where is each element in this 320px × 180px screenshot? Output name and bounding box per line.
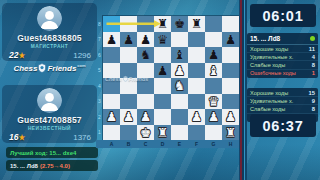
stats-value: 11 <box>309 46 315 52</box>
rank-label-4: 4 <box>96 78 103 94</box>
white-rook[interactable]: ♜ <box>157 125 168 141</box>
last-move-label: 15. ... Лd8 <box>250 35 280 42</box>
square-f5[interactable] <box>188 63 205 79</box>
file-label-c: C <box>137 140 154 148</box>
square-h1[interactable]: ♜ <box>222 125 239 141</box>
star-count-top: 22★ <box>9 50 25 60</box>
square-f2[interactable]: ♟ <box>188 109 205 125</box>
black-pawn[interactable]: ♟ <box>225 32 236 48</box>
chess-board: ♜♚♜♟♟♟♛♟♞♝♟♟♟♝♞♛♟♟♟♟♟♟♚♜♜ Chess Friends <box>103 16 239 140</box>
square-e4[interactable]: ♞ <box>171 78 188 94</box>
square-d8[interactable]: ♜ <box>154 16 171 32</box>
square-d6[interactable] <box>154 47 171 63</box>
square-a6[interactable] <box>103 47 120 63</box>
white-pawn[interactable]: ♟ <box>106 109 117 125</box>
square-h5[interactable] <box>222 63 239 79</box>
square-c1[interactable]: ♚ <box>137 125 154 141</box>
white-knight[interactable]: ♞ <box>174 78 185 94</box>
rating-top: 1296 <box>73 51 91 60</box>
square-d1[interactable]: ♜ <box>154 125 171 141</box>
square-h3[interactable] <box>222 94 239 110</box>
file-label-b: B <box>120 140 137 148</box>
square-h2[interactable]: ♟ <box>222 109 239 125</box>
rank-label-3: 3 <box>96 94 103 110</box>
square-b7[interactable]: ♟ <box>120 32 137 48</box>
square-e7[interactable] <box>171 32 188 48</box>
white-king[interactable]: ♚ <box>140 125 151 141</box>
white-pawn[interactable]: ♟ <box>174 63 185 79</box>
square-e5[interactable]: ♟ <box>171 63 188 79</box>
eval-change: (2.75→4.0) <box>40 163 70 169</box>
file-label-d: D <box>154 140 171 148</box>
square-b8[interactable] <box>120 16 137 32</box>
black-bishop[interactable]: ♝ <box>174 47 185 63</box>
rating-bottom: 1376 <box>73 133 91 142</box>
player-title-bottom: НЕИЗВЕСТНЫЙ <box>2 126 97 131</box>
white-pawn[interactable]: ♟ <box>191 109 202 125</box>
stats-row: Ошибочные ходы1 <box>247 69 318 77</box>
board-watermark-logo: Chess Friends <box>105 75 148 82</box>
square-c8[interactable] <box>137 16 154 32</box>
square-f3[interactable] <box>188 94 205 110</box>
played-move-eval: 15. ... Лd8 (2.75→4.0) <box>6 160 98 171</box>
white-pawn[interactable]: ♟ <box>123 109 134 125</box>
stats-label: Слабые ходы <box>250 106 285 112</box>
stats-value: 1 <box>312 70 315 76</box>
player-card-bottom: Guest47008857 НЕИЗВЕСТНЫЙ 16★ 1376 <box>2 85 97 143</box>
square-a3[interactable] <box>103 94 120 110</box>
stats-row: Хорошие ходы15 <box>247 89 318 96</box>
clock-bottom: 06:37 <box>250 114 316 137</box>
stats-label: Удивительные х. <box>250 54 293 60</box>
file-labels: ABCDEFGH <box>96 140 239 148</box>
stats-row: Слабые ходы8 <box>247 104 318 112</box>
stats-row: Хорошие ходы11 <box>247 45 318 52</box>
square-b6[interactable] <box>120 47 137 63</box>
square-e2[interactable] <box>171 109 188 125</box>
square-g2[interactable]: ♟ <box>205 109 222 125</box>
square-g5[interactable]: ♝ <box>205 63 222 79</box>
square-a8[interactable] <box>103 16 120 32</box>
square-f1[interactable] <box>188 125 205 141</box>
square-g3[interactable]: ♛ <box>205 94 222 110</box>
stats-label: Ошибочные ходы <box>250 70 296 76</box>
square-d3[interactable] <box>154 94 171 110</box>
square-d4[interactable] <box>154 78 171 94</box>
stats-label: Хорошие ходы <box>250 46 288 52</box>
person-icon <box>37 6 62 31</box>
square-g7[interactable] <box>205 32 222 48</box>
square-g1[interactable] <box>205 125 222 141</box>
person-icon <box>37 88 62 113</box>
avatar[interactable] <box>37 88 62 113</box>
square-f7[interactable] <box>188 32 205 48</box>
player-title-top: МАГИСТРАНТ <box>2 44 97 49</box>
file-label-g: G <box>205 140 222 148</box>
white-rook[interactable]: ♜ <box>225 125 236 141</box>
player-name-bottom[interactable]: Guest47008857 <box>2 115 97 125</box>
square-e8[interactable]: ♚ <box>171 16 188 32</box>
move-stats-top: 15. ... Лd8 Хорошие ходы11Удивительные х… <box>247 33 318 78</box>
stats-row: Удивительные х.9 <box>247 96 318 104</box>
square-h7[interactable]: ♟ <box>222 32 239 48</box>
rank-label-5: 5 <box>96 63 103 79</box>
black-queen[interactable]: ♛ <box>157 32 168 48</box>
stats-label: Удивительные х. <box>250 98 293 104</box>
square-d2[interactable] <box>154 109 171 125</box>
square-d5[interactable]: ♟ <box>154 63 171 79</box>
best-move-hint: Лучший ход: 15... dxe4 <box>6 147 98 158</box>
move-quality-dot-icon <box>310 36 315 41</box>
square-c7[interactable]: ♟ <box>137 32 154 48</box>
square-a2[interactable]: ♟ <box>103 109 120 125</box>
square-e1[interactable] <box>171 125 188 141</box>
player-name-top[interactable]: Guest46836805 <box>2 33 97 43</box>
rank-label-2: 2 <box>96 109 103 125</box>
square-c3[interactable] <box>137 94 154 110</box>
rank-label-8: 8 <box>96 16 103 32</box>
file-label-f: F <box>188 140 205 148</box>
stats-row: Слабые ходы8 <box>247 60 318 68</box>
white-queen[interactable]: ♛ <box>208 94 219 110</box>
file-label-a: A <box>103 140 120 148</box>
square-g6[interactable]: ♟ <box>205 47 222 63</box>
black-king[interactable]: ♚ <box>174 16 185 32</box>
black-pawn[interactable]: ♟ <box>123 32 134 48</box>
white-pawn[interactable]: ♟ <box>208 109 219 125</box>
square-b3[interactable] <box>120 94 137 110</box>
square-g4[interactable] <box>205 78 222 94</box>
square-c6[interactable]: ♞ <box>137 47 154 63</box>
square-b1[interactable] <box>120 125 137 141</box>
square-h6[interactable] <box>222 47 239 63</box>
square-b2[interactable]: ♟ <box>120 109 137 125</box>
star-icon: ★ <box>18 51 25 60</box>
star-count-bottom: 16★ <box>9 132 25 142</box>
rank-label-1: 1 <box>96 125 103 141</box>
square-c2[interactable]: ♟ <box>137 109 154 125</box>
square-e6[interactable]: ♝ <box>171 47 188 63</box>
square-h4[interactable] <box>222 78 239 94</box>
stats-label: Слабые ходы <box>250 62 285 68</box>
square-g8[interactable] <box>205 16 222 32</box>
square-a1[interactable] <box>103 125 120 141</box>
black-pawn[interactable]: ♟ <box>208 47 219 63</box>
stats-value: 8 <box>312 106 315 112</box>
file-label-h: H <box>222 140 239 148</box>
shield-icon <box>123 75 128 82</box>
clock-top: 06:01 <box>250 4 316 27</box>
stats-value: 4 <box>312 54 315 60</box>
black-pawn[interactable]: ♟ <box>157 63 168 79</box>
black-pawn[interactable]: ♟ <box>106 32 117 48</box>
player-card-top: Guest46836805 МАГИСТРАНТ 22★ 1296 <box>2 3 97 61</box>
app-window: Guest46836805 МАГИСТРАНТ 22★ 1296 Chess … <box>0 0 320 180</box>
stats-label: Хорошие ходы <box>250 90 288 96</box>
black-pawn[interactable]: ♟ <box>140 32 151 48</box>
avatar[interactable] <box>37 6 62 31</box>
square-f6[interactable] <box>188 47 205 63</box>
black-knight[interactable]: ♞ <box>140 47 151 63</box>
black-rook[interactable]: ♜ <box>157 16 168 32</box>
square-d7[interactable]: ♛ <box>154 32 171 48</box>
square-e3[interactable] <box>171 94 188 110</box>
white-pawn[interactable]: ♟ <box>140 109 151 125</box>
chessfriends-logo[interactable]: Chess Friends com <box>2 61 97 75</box>
decorative-stripe <box>239 0 247 180</box>
stats-value: 9 <box>312 98 315 104</box>
white-pawn[interactable]: ♟ <box>225 109 236 125</box>
stats-row: Удивительные х.4 <box>247 52 318 60</box>
black-rook[interactable]: ♜ <box>191 16 202 32</box>
star-icon: ★ <box>18 133 25 142</box>
white-bishop[interactable]: ♝ <box>208 63 219 79</box>
square-f4[interactable] <box>188 78 205 94</box>
square-a7[interactable]: ♟ <box>103 32 120 48</box>
square-f8[interactable]: ♜ <box>188 16 205 32</box>
square-h8[interactable] <box>222 16 239 32</box>
rank-label-7: 7 <box>96 32 103 48</box>
rank-label-6: 6 <box>96 47 103 63</box>
stats-value: 8 <box>312 62 315 68</box>
stats-value: 15 <box>309 90 315 96</box>
file-label-e: E <box>171 140 188 148</box>
rank-labels: 87654321 <box>96 16 103 140</box>
shield-icon <box>38 63 46 73</box>
